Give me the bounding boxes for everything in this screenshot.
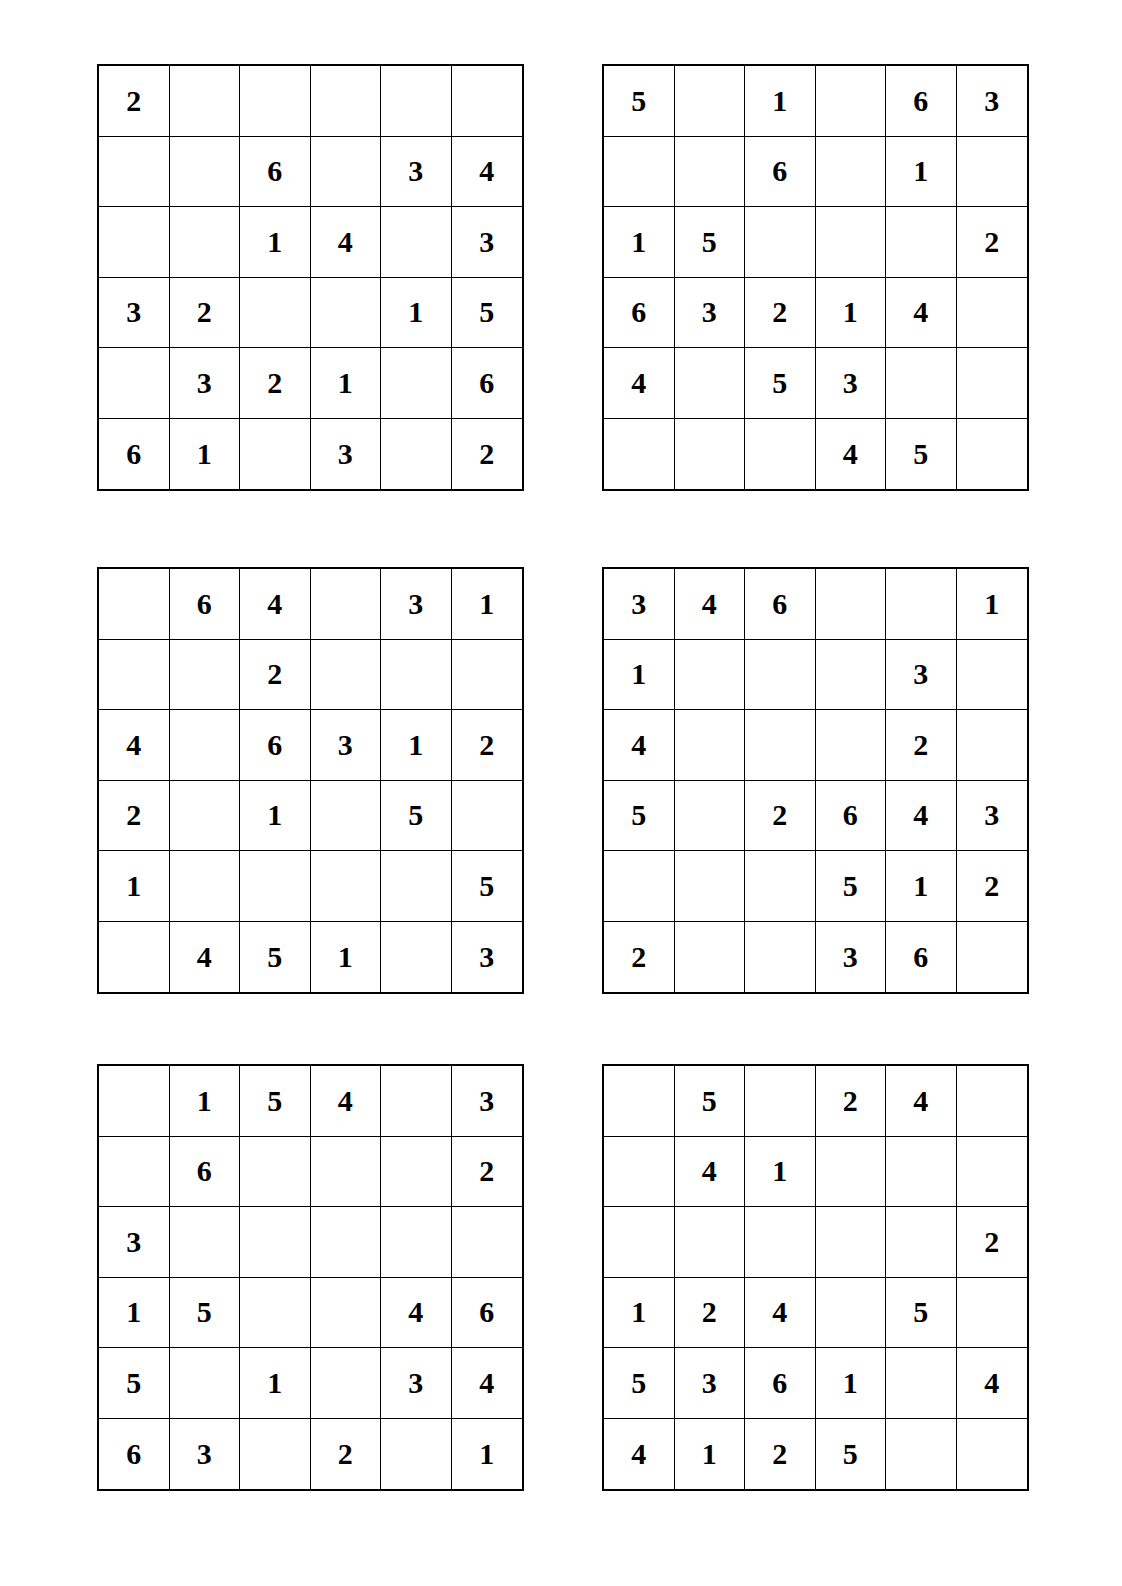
board1-cell-r4c4[interactable] [311,278,382,349]
board2-cell-r5c4[interactable]: 3 [816,348,887,419]
board4-cell-r1c6[interactable]: 1 [957,569,1028,640]
board4-cell-r2c4[interactable] [816,640,887,711]
board3-cell-r5c4[interactable] [311,851,382,922]
board3-cell-r6c3[interactable]: 5 [240,922,311,993]
board2-cell-r4c5[interactable]: 4 [886,278,957,349]
board5-cell-r3c5[interactable] [381,1207,452,1278]
board4-cell-r4c2[interactable] [675,781,746,852]
board6-cell-r1c3[interactable] [745,1066,816,1137]
board3-cell-r1c4[interactable] [311,569,382,640]
board4-cell-r1c5[interactable] [886,569,957,640]
board4-cell-r5c2[interactable] [675,851,746,922]
board2-cell-r1c3[interactable]: 1 [745,66,816,137]
board3-cell-r4c6[interactable] [452,781,523,852]
board1-cell-r1c1[interactable]: 2 [99,66,170,137]
board4-cell-r6c4[interactable]: 3 [816,922,887,993]
board4-cell-r2c5[interactable]: 3 [886,640,957,711]
board3-cell-r6c2[interactable]: 4 [170,922,241,993]
board1-cell-r2c1[interactable] [99,137,170,208]
board6-cell-r5c1[interactable]: 5 [604,1348,675,1419]
board6-cell-r2c4[interactable] [816,1137,887,1208]
board5-cell-r5c6[interactable]: 4 [452,1348,523,1419]
board3-cell-r4c5[interactable]: 5 [381,781,452,852]
board5-cell-r6c6[interactable]: 1 [452,1419,523,1490]
board4-cell-r2c3[interactable] [745,640,816,711]
board2-cell-r2c3[interactable]: 6 [745,137,816,208]
board4-cell-r3c3[interactable] [745,710,816,781]
board3-cell-r5c5[interactable] [381,851,452,922]
board6-cell-r2c5[interactable] [886,1137,957,1208]
board3-cell-r2c6[interactable] [452,640,523,711]
board6-cell-r4c2[interactable]: 2 [675,1278,746,1349]
board4-cell-r5c4[interactable]: 5 [816,851,887,922]
board5-cell-r2c3[interactable] [240,1137,311,1208]
board4-cell-r4c5[interactable]: 4 [886,781,957,852]
board2-cell-r3c4[interactable] [816,207,887,278]
board6-cell-r4c3[interactable]: 4 [745,1278,816,1349]
board1-cell-r1c6[interactable] [452,66,523,137]
board5-cell-r1c1[interactable] [99,1066,170,1137]
board5-cell-r3c6[interactable] [452,1207,523,1278]
board3-cell-r6c4[interactable]: 1 [311,922,382,993]
board1-cell-r3c6[interactable]: 3 [452,207,523,278]
board2-cell-r6c3[interactable] [745,419,816,490]
board1-cell-r5c1[interactable] [99,348,170,419]
board5-cell-r4c2[interactable]: 5 [170,1278,241,1349]
board6-cell-r6c6[interactable] [957,1419,1028,1490]
board1-cell-r4c5[interactable]: 1 [381,278,452,349]
board3-cell-r4c1[interactable]: 2 [99,781,170,852]
sudoku-board-5: 1543623154651346321 [97,1064,524,1491]
board1-cell-r2c6[interactable]: 4 [452,137,523,208]
board4-cell-r4c3[interactable]: 2 [745,781,816,852]
board1-cell-r2c5[interactable]: 3 [381,137,452,208]
board1-cell-r2c2[interactable] [170,137,241,208]
board5-cell-r5c3[interactable]: 1 [240,1348,311,1419]
board4-cell-r5c3[interactable] [745,851,816,922]
board6-cell-r1c2[interactable]: 5 [675,1066,746,1137]
board6-cell-r1c6[interactable] [957,1066,1028,1137]
board6-cell-r5c2[interactable]: 3 [675,1348,746,1419]
board2-cell-r4c2[interactable]: 3 [675,278,746,349]
board4-cell-r3c6[interactable] [957,710,1028,781]
board5-cell-r2c1[interactable] [99,1137,170,1208]
board6-cell-r3c3[interactable] [745,1207,816,1278]
board6-cell-r6c3[interactable]: 2 [745,1419,816,1490]
board3-cell-r4c2[interactable] [170,781,241,852]
board1-cell-r4c1[interactable]: 3 [99,278,170,349]
sudoku-board-4: 3461134252643512236 [602,567,1029,994]
board2-cell-r3c6[interactable]: 2 [957,207,1028,278]
board4-cell-r2c2[interactable] [675,640,746,711]
board4-cell-r3c4[interactable] [816,710,887,781]
board4-cell-r2c1[interactable]: 1 [604,640,675,711]
board1-cell-r1c4[interactable] [311,66,382,137]
board3-cell-r2c1[interactable] [99,640,170,711]
board4-cell-r5c1[interactable] [604,851,675,922]
board2-cell-r5c2[interactable] [675,348,746,419]
board6-cell-r4c6[interactable] [957,1278,1028,1349]
board6-cell-r4c5[interactable]: 5 [886,1278,957,1349]
board2-cell-r2c1[interactable] [604,137,675,208]
board4-cell-r5c6[interactable]: 2 [957,851,1028,922]
board1-cell-r4c3[interactable] [240,278,311,349]
board3-cell-r1c1[interactable] [99,569,170,640]
board3-cell-r5c6[interactable]: 5 [452,851,523,922]
board3-cell-r4c3[interactable]: 1 [240,781,311,852]
board5-cell-r4c3[interactable] [240,1278,311,1349]
board3-cell-r1c3[interactable]: 4 [240,569,311,640]
board5-cell-r5c2[interactable] [170,1348,241,1419]
board6-cell-r2c2[interactable]: 4 [675,1137,746,1208]
board6-cell-r5c3[interactable]: 6 [745,1348,816,1419]
board2-cell-r2c4[interactable] [816,137,887,208]
board1-cell-r5c3[interactable]: 2 [240,348,311,419]
board5-cell-r2c5[interactable] [381,1137,452,1208]
board5-cell-r5c1[interactable]: 5 [99,1348,170,1419]
sudoku-board-6: 5244121245536144125 [602,1064,1029,1491]
board2-cell-r5c1[interactable]: 4 [604,348,675,419]
board2-cell-r6c4[interactable]: 4 [816,419,887,490]
board6-cell-r1c5[interactable]: 4 [886,1066,957,1137]
board5-cell-r3c2[interactable] [170,1207,241,1278]
board5-cell-r3c4[interactable] [311,1207,382,1278]
board3-cell-r1c2[interactable]: 6 [170,569,241,640]
board1-cell-r6c6[interactable]: 2 [452,419,523,490]
board5-cell-r4c1[interactable]: 1 [99,1278,170,1349]
board3-cell-r4c4[interactable] [311,781,382,852]
board1-cell-r3c2[interactable] [170,207,241,278]
board2-cell-r5c6[interactable] [957,348,1028,419]
board4-cell-r4c6[interactable]: 3 [957,781,1028,852]
board1-cell-r3c5[interactable] [381,207,452,278]
board2-cell-r1c1[interactable]: 5 [604,66,675,137]
board4-cell-r4c4[interactable]: 6 [816,781,887,852]
board4-cell-r3c5[interactable]: 2 [886,710,957,781]
board4-cell-r3c2[interactable] [675,710,746,781]
board5-cell-r5c5[interactable]: 3 [381,1348,452,1419]
sudoku-board-1: 2634143321532166132 [97,64,524,491]
board5-cell-r1c3[interactable]: 5 [240,1066,311,1137]
board4-cell-r2c6[interactable] [957,640,1028,711]
board2-cell-r3c1[interactable]: 1 [604,207,675,278]
board6-cell-r2c6[interactable] [957,1137,1028,1208]
board6-cell-r6c1[interactable]: 4 [604,1419,675,1490]
board3-cell-r6c6[interactable]: 3 [452,922,523,993]
board3-cell-r5c3[interactable] [240,851,311,922]
board1-cell-r3c4[interactable]: 4 [311,207,382,278]
board1-cell-r3c1[interactable] [99,207,170,278]
board3-cell-r5c2[interactable] [170,851,241,922]
board3-cell-r2c2[interactable] [170,640,241,711]
board6-cell-r3c2[interactable] [675,1207,746,1278]
board6-cell-r4c4[interactable] [816,1278,887,1349]
board3-cell-r3c3[interactable]: 6 [240,710,311,781]
board2-cell-r1c5[interactable]: 6 [886,66,957,137]
board5-cell-r4c5[interactable]: 4 [381,1278,452,1349]
board1-cell-r1c3[interactable] [240,66,311,137]
board2-cell-r6c1[interactable] [604,419,675,490]
board3-cell-r2c3[interactable]: 2 [240,640,311,711]
board5-cell-r6c1[interactable]: 6 [99,1419,170,1490]
board4-cell-r1c4[interactable] [816,569,887,640]
board2-cell-r1c4[interactable] [816,66,887,137]
board6-cell-r5c6[interactable]: 4 [957,1348,1028,1419]
sudoku-board-3: 6431246312215154513 [97,567,524,994]
board2-cell-r5c3[interactable]: 5 [745,348,816,419]
board5-cell-r1c2[interactable]: 1 [170,1066,241,1137]
board2-cell-r3c2[interactable]: 5 [675,207,746,278]
board3-cell-r6c1[interactable] [99,922,170,993]
board3-cell-r2c5[interactable] [381,640,452,711]
board1-cell-r1c2[interactable] [170,66,241,137]
board1-cell-r5c2[interactable]: 3 [170,348,241,419]
sudoku-board-2: 5163611526321445345 [602,64,1029,491]
board4-cell-r1c3[interactable]: 6 [745,569,816,640]
board5-cell-r6c5[interactable] [381,1419,452,1490]
board2-cell-r4c1[interactable]: 6 [604,278,675,349]
board1-cell-r6c1[interactable]: 6 [99,419,170,490]
board3-cell-r5c1[interactable]: 1 [99,851,170,922]
board4-cell-r6c2[interactable] [675,922,746,993]
board2-cell-r6c6[interactable] [957,419,1028,490]
board1-cell-r6c4[interactable]: 3 [311,419,382,490]
board1-cell-r6c5[interactable] [381,419,452,490]
board2-cell-r3c5[interactable] [886,207,957,278]
board4-cell-r4c1[interactable]: 5 [604,781,675,852]
board6-cell-r5c5[interactable] [886,1348,957,1419]
board1-cell-r4c6[interactable]: 5 [452,278,523,349]
board6-cell-r4c1[interactable]: 1 [604,1278,675,1349]
board1-cell-r4c2[interactable]: 2 [170,278,241,349]
board2-cell-r5c5[interactable] [886,348,957,419]
board3-cell-r3c2[interactable] [170,710,241,781]
board1-cell-r1c5[interactable] [381,66,452,137]
board4-cell-r1c1[interactable]: 3 [604,569,675,640]
board2-cell-r1c6[interactable]: 3 [957,66,1028,137]
board5-cell-r1c6[interactable]: 3 [452,1066,523,1137]
board5-cell-r1c5[interactable] [381,1066,452,1137]
board1-cell-r3c3[interactable]: 1 [240,207,311,278]
board5-cell-r2c6[interactable]: 2 [452,1137,523,1208]
board2-cell-r2c6[interactable] [957,137,1028,208]
board5-cell-r4c4[interactable] [311,1278,382,1349]
board4-cell-r1c2[interactable]: 4 [675,569,746,640]
board3-cell-r2c4[interactable] [311,640,382,711]
board6-cell-r1c4[interactable]: 2 [816,1066,887,1137]
board5-cell-r5c4[interactable] [311,1348,382,1419]
board6-cell-r6c2[interactable]: 1 [675,1419,746,1490]
board4-cell-r6c1[interactable]: 2 [604,922,675,993]
board6-cell-r5c4[interactable]: 1 [816,1348,887,1419]
board4-cell-r6c5[interactable]: 6 [886,922,957,993]
board2-cell-r1c2[interactable] [675,66,746,137]
board2-cell-r4c6[interactable] [957,278,1028,349]
board3-cell-r6c5[interactable] [381,922,452,993]
board6-cell-r2c3[interactable]: 1 [745,1137,816,1208]
board6-cell-r6c5[interactable] [886,1419,957,1490]
board6-cell-r1c1[interactable] [604,1066,675,1137]
board5-cell-r2c4[interactable] [311,1137,382,1208]
board6-cell-r3c1[interactable] [604,1207,675,1278]
board1-cell-r6c2[interactable]: 1 [170,419,241,490]
board2-cell-r4c3[interactable]: 2 [745,278,816,349]
board5-cell-r6c3[interactable] [240,1419,311,1490]
board2-cell-r3c3[interactable] [745,207,816,278]
board1-cell-r5c5[interactable] [381,348,452,419]
board2-cell-r2c2[interactable] [675,137,746,208]
board6-cell-r6c4[interactable]: 5 [816,1419,887,1490]
board3-cell-r1c6[interactable]: 1 [452,569,523,640]
board3-cell-r1c5[interactable]: 3 [381,569,452,640]
board5-cell-r1c4[interactable]: 4 [311,1066,382,1137]
board5-cell-r4c6[interactable]: 6 [452,1278,523,1349]
board3-cell-r3c4[interactable]: 3 [311,710,382,781]
board4-cell-r5c5[interactable]: 1 [886,851,957,922]
board2-cell-r6c5[interactable]: 5 [886,419,957,490]
board5-cell-r3c1[interactable]: 3 [99,1207,170,1278]
board3-cell-r3c1[interactable]: 4 [99,710,170,781]
board6-cell-r3c4[interactable] [816,1207,887,1278]
board2-cell-r4c4[interactable]: 1 [816,278,887,349]
board5-cell-r6c2[interactable]: 3 [170,1419,241,1490]
board5-cell-r2c2[interactable]: 6 [170,1137,241,1208]
board1-cell-r2c4[interactable] [311,137,382,208]
board1-cell-r6c3[interactable] [240,419,311,490]
board1-cell-r5c6[interactable]: 6 [452,348,523,419]
board2-cell-r6c2[interactable] [675,419,746,490]
board1-cell-r2c3[interactable]: 6 [240,137,311,208]
board5-cell-r6c4[interactable]: 2 [311,1419,382,1490]
board3-cell-r3c5[interactable]: 1 [381,710,452,781]
board4-cell-r6c3[interactable] [745,922,816,993]
board6-cell-r3c5[interactable] [886,1207,957,1278]
board5-cell-r3c3[interactable] [240,1207,311,1278]
board4-cell-r6c6[interactable] [957,922,1028,993]
board3-cell-r3c6[interactable]: 2 [452,710,523,781]
board1-cell-r5c4[interactable]: 1 [311,348,382,419]
board6-cell-r3c6[interactable]: 2 [957,1207,1028,1278]
board4-cell-r3c1[interactable]: 4 [604,710,675,781]
board6-cell-r2c1[interactable] [604,1137,675,1208]
board2-cell-r2c5[interactable]: 1 [886,137,957,208]
